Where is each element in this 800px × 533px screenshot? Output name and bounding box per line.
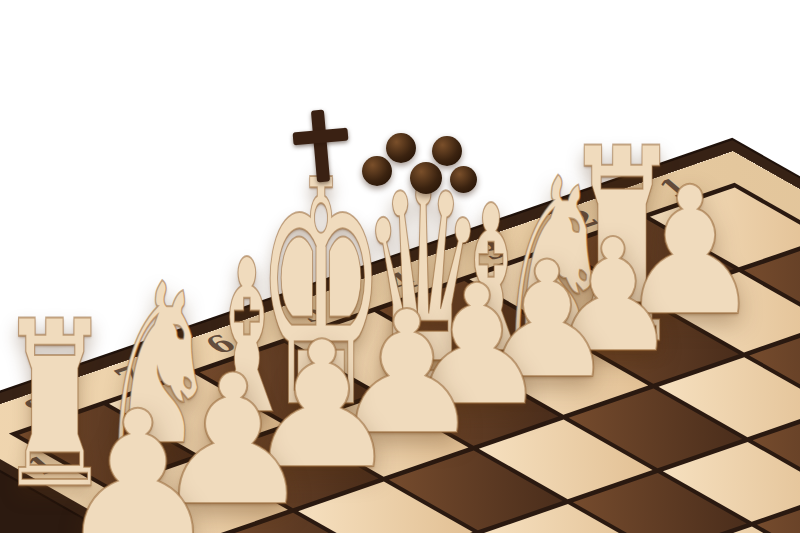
white-pawn-h2: ♟ bbox=[56, 386, 221, 533]
queen-crown-bead bbox=[432, 136, 462, 166]
chess-set-product-photo: 8765432112345678 ♜♞♝♚♛♝♞♜♟♟♟♟♟♟♟♟ bbox=[0, 0, 800, 533]
queen-crown-bead bbox=[410, 162, 442, 194]
queen-crown-bead bbox=[450, 166, 477, 193]
queen-crown-bead bbox=[386, 133, 416, 163]
queen-crown-bead bbox=[362, 156, 392, 186]
